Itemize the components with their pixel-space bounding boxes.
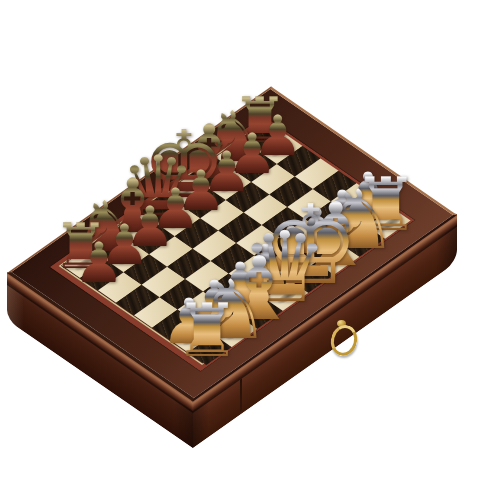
drawer-ring-pull[interactable] xyxy=(325,319,361,355)
chess-set-photo-scene: ♜♞♝♛♚♝♞♜♟♟♟♟♟♟♟♟♟♟♟♟♟♟♟♟♜♞♝♛♚♝♞♜ xyxy=(0,0,480,480)
drawer-seam xyxy=(240,378,242,411)
ring-pull-ring-icon xyxy=(328,322,361,358)
